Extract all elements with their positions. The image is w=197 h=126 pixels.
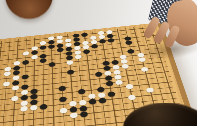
board-cell xyxy=(59,125,70,126)
board-cell xyxy=(39,121,49,126)
wooden-stone-bowl xyxy=(5,0,53,19)
board-cell xyxy=(18,123,28,126)
board-cell xyxy=(8,124,19,126)
photo-frame: ●●●●●●●●●●●●●●●●●●●●●●●●●●●●●●●●●●●●●●●●… xyxy=(0,0,197,126)
board-cell xyxy=(28,122,38,126)
board-cell xyxy=(0,125,8,126)
board-cell xyxy=(80,123,91,126)
board-cell xyxy=(69,124,80,126)
table-surface: ●●●●●●●●●●●●●●●●●●●●●●●●●●●●●●●●●●●●●●●●… xyxy=(0,0,197,126)
